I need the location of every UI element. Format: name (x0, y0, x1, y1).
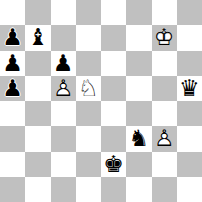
black-pawn: ♟ (0, 25, 25, 50)
square-a5[interactable]: ♟ (0, 76, 25, 101)
square-b8[interactable] (25, 0, 50, 25)
black-pawn: ♟ (0, 76, 25, 101)
square-a2[interactable] (0, 152, 25, 177)
square-f1[interactable] (126, 177, 151, 202)
square-e1[interactable] (101, 177, 126, 202)
square-d8[interactable] (76, 0, 101, 25)
square-e5[interactable] (101, 76, 126, 101)
square-f8[interactable] (126, 0, 151, 25)
square-h7[interactable] (177, 25, 202, 50)
black-pawn: ♟ (0, 51, 25, 76)
square-g3[interactable]: ♟♙ (152, 126, 177, 151)
square-g8[interactable] (152, 0, 177, 25)
black-bishop: ♝ (25, 25, 50, 50)
black-king: ♚ (101, 152, 126, 177)
square-g7[interactable]: ♚♔ (152, 25, 177, 50)
square-e4[interactable] (101, 101, 126, 126)
white-pawn: ♟♙ (152, 126, 177, 151)
square-f4[interactable] (126, 101, 151, 126)
square-c7[interactable] (51, 25, 76, 50)
square-f5[interactable] (126, 76, 151, 101)
square-a7[interactable]: ♟ (0, 25, 25, 50)
square-g2[interactable] (152, 152, 177, 177)
square-b4[interactable] (25, 101, 50, 126)
square-d4[interactable] (76, 101, 101, 126)
square-c4[interactable] (51, 101, 76, 126)
square-g4[interactable] (152, 101, 177, 126)
square-b5[interactable] (25, 76, 50, 101)
square-c1[interactable] (51, 177, 76, 202)
square-h1[interactable] (177, 177, 202, 202)
square-h4[interactable] (177, 101, 202, 126)
square-h2[interactable] (177, 152, 202, 177)
square-a3[interactable] (0, 126, 25, 151)
square-a6[interactable]: ♟ (0, 51, 25, 76)
black-queen: ♛ (177, 76, 202, 101)
black-pawn: ♟ (51, 51, 76, 76)
square-g5[interactable] (152, 76, 177, 101)
square-c6[interactable]: ♟ (51, 51, 76, 76)
square-h8[interactable] (177, 0, 202, 25)
square-h3[interactable] (177, 126, 202, 151)
square-d7[interactable] (76, 25, 101, 50)
square-d5[interactable]: ♞♘ (76, 76, 101, 101)
square-f6[interactable] (126, 51, 151, 76)
square-a1[interactable] (0, 177, 25, 202)
square-a8[interactable] (0, 0, 25, 25)
chess-diagram: ♟♝♚♔♟♟♟♟♙♞♘♛♞♟♙♚ (0, 0, 202, 202)
square-c2[interactable] (51, 152, 76, 177)
square-f3[interactable]: ♞ (126, 126, 151, 151)
square-f7[interactable] (126, 25, 151, 50)
square-c8[interactable] (51, 0, 76, 25)
square-e7[interactable] (101, 25, 126, 50)
square-a4[interactable] (0, 101, 25, 126)
square-b7[interactable]: ♝ (25, 25, 50, 50)
square-g1[interactable] (152, 177, 177, 202)
square-d3[interactable] (76, 126, 101, 151)
square-c5[interactable]: ♟♙ (51, 76, 76, 101)
square-d2[interactable] (76, 152, 101, 177)
square-e2[interactable]: ♚ (101, 152, 126, 177)
square-b2[interactable] (25, 152, 50, 177)
square-f2[interactable] (126, 152, 151, 177)
square-b3[interactable] (25, 126, 50, 151)
square-g6[interactable] (152, 51, 177, 76)
square-e8[interactable] (101, 0, 126, 25)
square-e3[interactable] (101, 126, 126, 151)
chess-board: ♟♝♚♔♟♟♟♟♙♞♘♛♞♟♙♚ (0, 0, 202, 202)
square-d6[interactable] (76, 51, 101, 76)
square-d1[interactable] (76, 177, 101, 202)
black-knight: ♞ (126, 126, 151, 151)
square-h6[interactable] (177, 51, 202, 76)
white-knight: ♞♘ (76, 76, 101, 101)
white-king: ♚♔ (152, 25, 177, 50)
square-h5[interactable]: ♛ (177, 76, 202, 101)
square-e6[interactable] (101, 51, 126, 76)
square-c3[interactable] (51, 126, 76, 151)
white-pawn: ♟♙ (51, 76, 76, 101)
square-b6[interactable] (25, 51, 50, 76)
square-b1[interactable] (25, 177, 50, 202)
